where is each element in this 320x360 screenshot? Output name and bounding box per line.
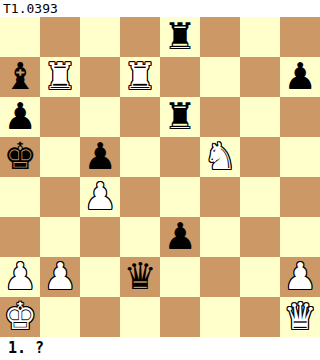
square-g4[interactable] (240, 177, 280, 217)
square-f8[interactable] (200, 17, 240, 57)
square-b1[interactable] (40, 297, 80, 337)
square-e6[interactable]: ♜ (160, 97, 200, 137)
square-e4[interactable] (160, 177, 200, 217)
square-b8[interactable] (40, 17, 80, 57)
white-king-icon: ♚ (3, 297, 36, 337)
square-d3[interactable] (120, 217, 160, 257)
black-pawn-icon: ♟ (283, 57, 316, 97)
square-b7[interactable]: ♜ (40, 57, 80, 97)
square-c4[interactable]: ♟ (80, 177, 120, 217)
square-g6[interactable] (240, 97, 280, 137)
square-b2[interactable]: ♟ (40, 257, 80, 297)
square-h6[interactable] (280, 97, 320, 137)
square-h4[interactable] (280, 177, 320, 217)
square-f1[interactable] (200, 297, 240, 337)
square-a2[interactable]: ♟ (0, 257, 40, 297)
square-b5[interactable] (40, 137, 80, 177)
square-d6[interactable] (120, 97, 160, 137)
square-a1[interactable]: ♚ (0, 297, 40, 337)
square-f6[interactable] (200, 97, 240, 137)
black-pawn-icon: ♟ (83, 137, 116, 177)
square-f5[interactable]: ♞ (200, 137, 240, 177)
square-d4[interactable] (120, 177, 160, 217)
square-h7[interactable]: ♟ (280, 57, 320, 97)
black-pawn-icon: ♟ (163, 217, 196, 257)
square-d7[interactable]: ♜ (120, 57, 160, 97)
square-g2[interactable] (240, 257, 280, 297)
square-f7[interactable] (200, 57, 240, 97)
white-knight-icon: ♞ (203, 137, 236, 177)
square-g1[interactable] (240, 297, 280, 337)
white-pawn-icon: ♟ (283, 257, 316, 297)
black-king-icon: ♚ (3, 137, 36, 177)
white-pawn-icon: ♟ (43, 257, 76, 297)
square-c7[interactable] (80, 57, 120, 97)
square-h5[interactable] (280, 137, 320, 177)
square-d5[interactable] (120, 137, 160, 177)
square-h2[interactable]: ♟ (280, 257, 320, 297)
square-b6[interactable] (40, 97, 80, 137)
square-d8[interactable] (120, 17, 160, 57)
square-g3[interactable] (240, 217, 280, 257)
black-rook-icon: ♜ (163, 97, 196, 137)
square-a3[interactable] (0, 217, 40, 257)
square-e3[interactable]: ♟ (160, 217, 200, 257)
square-e5[interactable] (160, 137, 200, 177)
white-pawn-icon: ♟ (83, 177, 116, 217)
square-e8[interactable]: ♜ (160, 17, 200, 57)
square-h3[interactable] (280, 217, 320, 257)
square-a8[interactable] (0, 17, 40, 57)
black-pawn-icon: ♟ (3, 97, 36, 137)
square-d2[interactable]: ♛ (120, 257, 160, 297)
white-pawn-icon: ♟ (3, 257, 36, 297)
square-a4[interactable] (0, 177, 40, 217)
square-g5[interactable] (240, 137, 280, 177)
square-a6[interactable]: ♟ (0, 97, 40, 137)
square-c8[interactable] (80, 17, 120, 57)
square-c2[interactable] (80, 257, 120, 297)
white-queen-icon: ♛ (283, 297, 316, 337)
move-prompt: 1. ? (0, 337, 320, 360)
black-bishop-icon: ♝ (3, 57, 36, 97)
square-a7[interactable]: ♝ (0, 57, 40, 97)
square-h1[interactable]: ♛ (280, 297, 320, 337)
black-queen-icon: ♛ (123, 257, 156, 297)
white-rook-icon: ♜ (123, 57, 156, 97)
square-c6[interactable] (80, 97, 120, 137)
square-e2[interactable] (160, 257, 200, 297)
square-a5[interactable]: ♚ (0, 137, 40, 177)
square-f3[interactable] (200, 217, 240, 257)
square-c5[interactable]: ♟ (80, 137, 120, 177)
square-e1[interactable] (160, 297, 200, 337)
square-f4[interactable] (200, 177, 240, 217)
white-rook-icon: ♜ (43, 57, 76, 97)
square-g7[interactable] (240, 57, 280, 97)
black-rook-icon: ♜ (163, 17, 196, 57)
square-e7[interactable] (160, 57, 200, 97)
puzzle-id-label: T1.0393 (0, 0, 320, 17)
square-b3[interactable] (40, 217, 80, 257)
square-c1[interactable] (80, 297, 120, 337)
square-b4[interactable] (40, 177, 80, 217)
square-d1[interactable] (120, 297, 160, 337)
square-c3[interactable] (80, 217, 120, 257)
square-f2[interactable] (200, 257, 240, 297)
chess-board: ♜♝♜♜♟♟♜♚♟♞♟♟♟♟♛♟♚♛ (0, 17, 320, 337)
square-h8[interactable] (280, 17, 320, 57)
square-g8[interactable] (240, 17, 280, 57)
chess-puzzle-window: T1.0393 ♜♝♜♜♟♟♜♚♟♞♟♟♟♟♛♟♚♛ 1. ? (0, 0, 320, 360)
